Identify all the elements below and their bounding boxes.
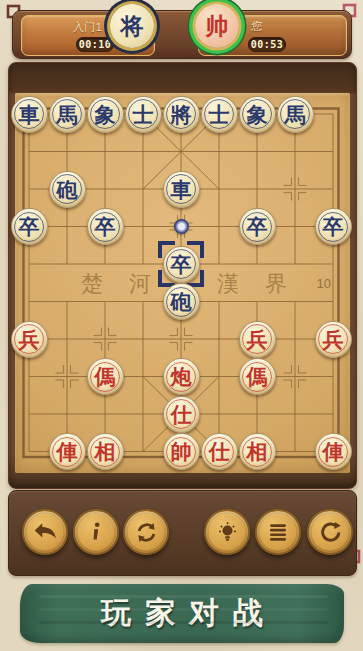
opponent-piece-badge: 将 bbox=[110, 4, 154, 48]
undo-circular-arrow-icon bbox=[318, 520, 343, 545]
piece-black-elephant[interactable]: 象 bbox=[87, 96, 124, 133]
piece-black-elephant[interactable]: 象 bbox=[239, 96, 276, 133]
piece-black-soldier[interactable]: 卒 bbox=[11, 208, 48, 245]
flip-board-button[interactable] bbox=[123, 509, 169, 555]
piece-red-general[interactable]: 帥 bbox=[163, 433, 200, 470]
piece-red-horse[interactable]: 傌 bbox=[239, 358, 276, 395]
back-arrow-icon bbox=[32, 519, 58, 545]
piece-black-chariot[interactable]: 車 bbox=[11, 96, 48, 133]
player-plate: 您 00:53 帅 bbox=[198, 15, 347, 56]
board-frame: 楚河 漢界 10 車馬象士將士象馬砲車卒卒卒卒卒砲兵兵兵傌炮傌仕俥相帥仕相俥 bbox=[8, 62, 357, 489]
player-piece-badge-active: 帅 bbox=[195, 4, 239, 48]
piece-black-chariot[interactable]: 車 bbox=[163, 171, 200, 208]
piece-black-horse[interactable]: 馬 bbox=[49, 96, 86, 133]
opponent-plate: 入门1 00:10 将 bbox=[21, 15, 155, 56]
hint-button[interactable] bbox=[204, 509, 250, 555]
black-general-icon: 将 bbox=[121, 11, 144, 42]
piece-red-advisor[interactable]: 仕 bbox=[201, 433, 238, 470]
red-general-icon: 帅 bbox=[206, 11, 229, 42]
piece-red-elephant[interactable]: 相 bbox=[87, 433, 124, 470]
lightbulb-icon bbox=[215, 520, 240, 545]
piece-red-chariot[interactable]: 俥 bbox=[49, 433, 86, 470]
back-button[interactable] bbox=[22, 509, 68, 555]
swap-arrows-icon bbox=[134, 520, 159, 545]
toolbar bbox=[8, 490, 357, 576]
piece-black-general[interactable]: 將 bbox=[163, 96, 200, 133]
move-number-label: 10 bbox=[301, 276, 331, 291]
piece-black-advisor[interactable]: 士 bbox=[201, 96, 238, 133]
opponent-name: 入门1 bbox=[73, 20, 102, 35]
mode-banner: 玩家对战 bbox=[20, 584, 344, 643]
piece-black-soldier[interactable]: 卒 bbox=[163, 246, 200, 283]
game-screen: 入门1 00:10 将 您 00:53 帅 楚河 漢界 10 車馬象士將士象馬砲… bbox=[0, 0, 363, 651]
last-move-origin-marker bbox=[174, 219, 189, 234]
piece-black-soldier[interactable]: 卒 bbox=[87, 208, 124, 245]
opponent-clock: 00:10 bbox=[76, 37, 114, 52]
player-clock: 00:53 bbox=[248, 37, 286, 52]
piece-black-soldier[interactable]: 卒 bbox=[239, 208, 276, 245]
piece-black-horse[interactable]: 馬 bbox=[277, 96, 314, 133]
info-button[interactable] bbox=[73, 509, 119, 555]
piece-red-advisor[interactable]: 仕 bbox=[163, 396, 200, 433]
mode-banner-label: 玩家对战 bbox=[87, 593, 277, 634]
menu-button[interactable] bbox=[255, 509, 301, 555]
player-bar: 入门1 00:10 将 您 00:53 帅 bbox=[12, 10, 352, 59]
undo-button[interactable] bbox=[307, 509, 353, 555]
piece-red-horse[interactable]: 傌 bbox=[87, 358, 124, 395]
piece-red-cannon[interactable]: 炮 bbox=[163, 358, 200, 395]
piece-red-elephant[interactable]: 相 bbox=[239, 433, 276, 470]
piece-black-cannon[interactable]: 砲 bbox=[163, 283, 200, 320]
piece-red-chariot[interactable]: 俥 bbox=[315, 433, 352, 470]
info-icon bbox=[84, 520, 108, 544]
player-name: 您 bbox=[251, 19, 263, 34]
xiangqi-board[interactable]: 楚河 漢界 10 車馬象士將士象馬砲車卒卒卒卒卒砲兵兵兵傌炮傌仕俥相帥仕相俥 bbox=[15, 93, 350, 473]
piece-red-soldier[interactable]: 兵 bbox=[239, 321, 276, 358]
piece-red-soldier[interactable]: 兵 bbox=[315, 321, 352, 358]
menu-bars-icon bbox=[266, 520, 290, 544]
river-label-right: 漢界 bbox=[217, 269, 313, 299]
piece-black-soldier[interactable]: 卒 bbox=[315, 208, 352, 245]
piece-black-advisor[interactable]: 士 bbox=[125, 96, 162, 133]
piece-red-soldier[interactable]: 兵 bbox=[11, 321, 48, 358]
piece-black-cannon[interactable]: 砲 bbox=[49, 171, 86, 208]
